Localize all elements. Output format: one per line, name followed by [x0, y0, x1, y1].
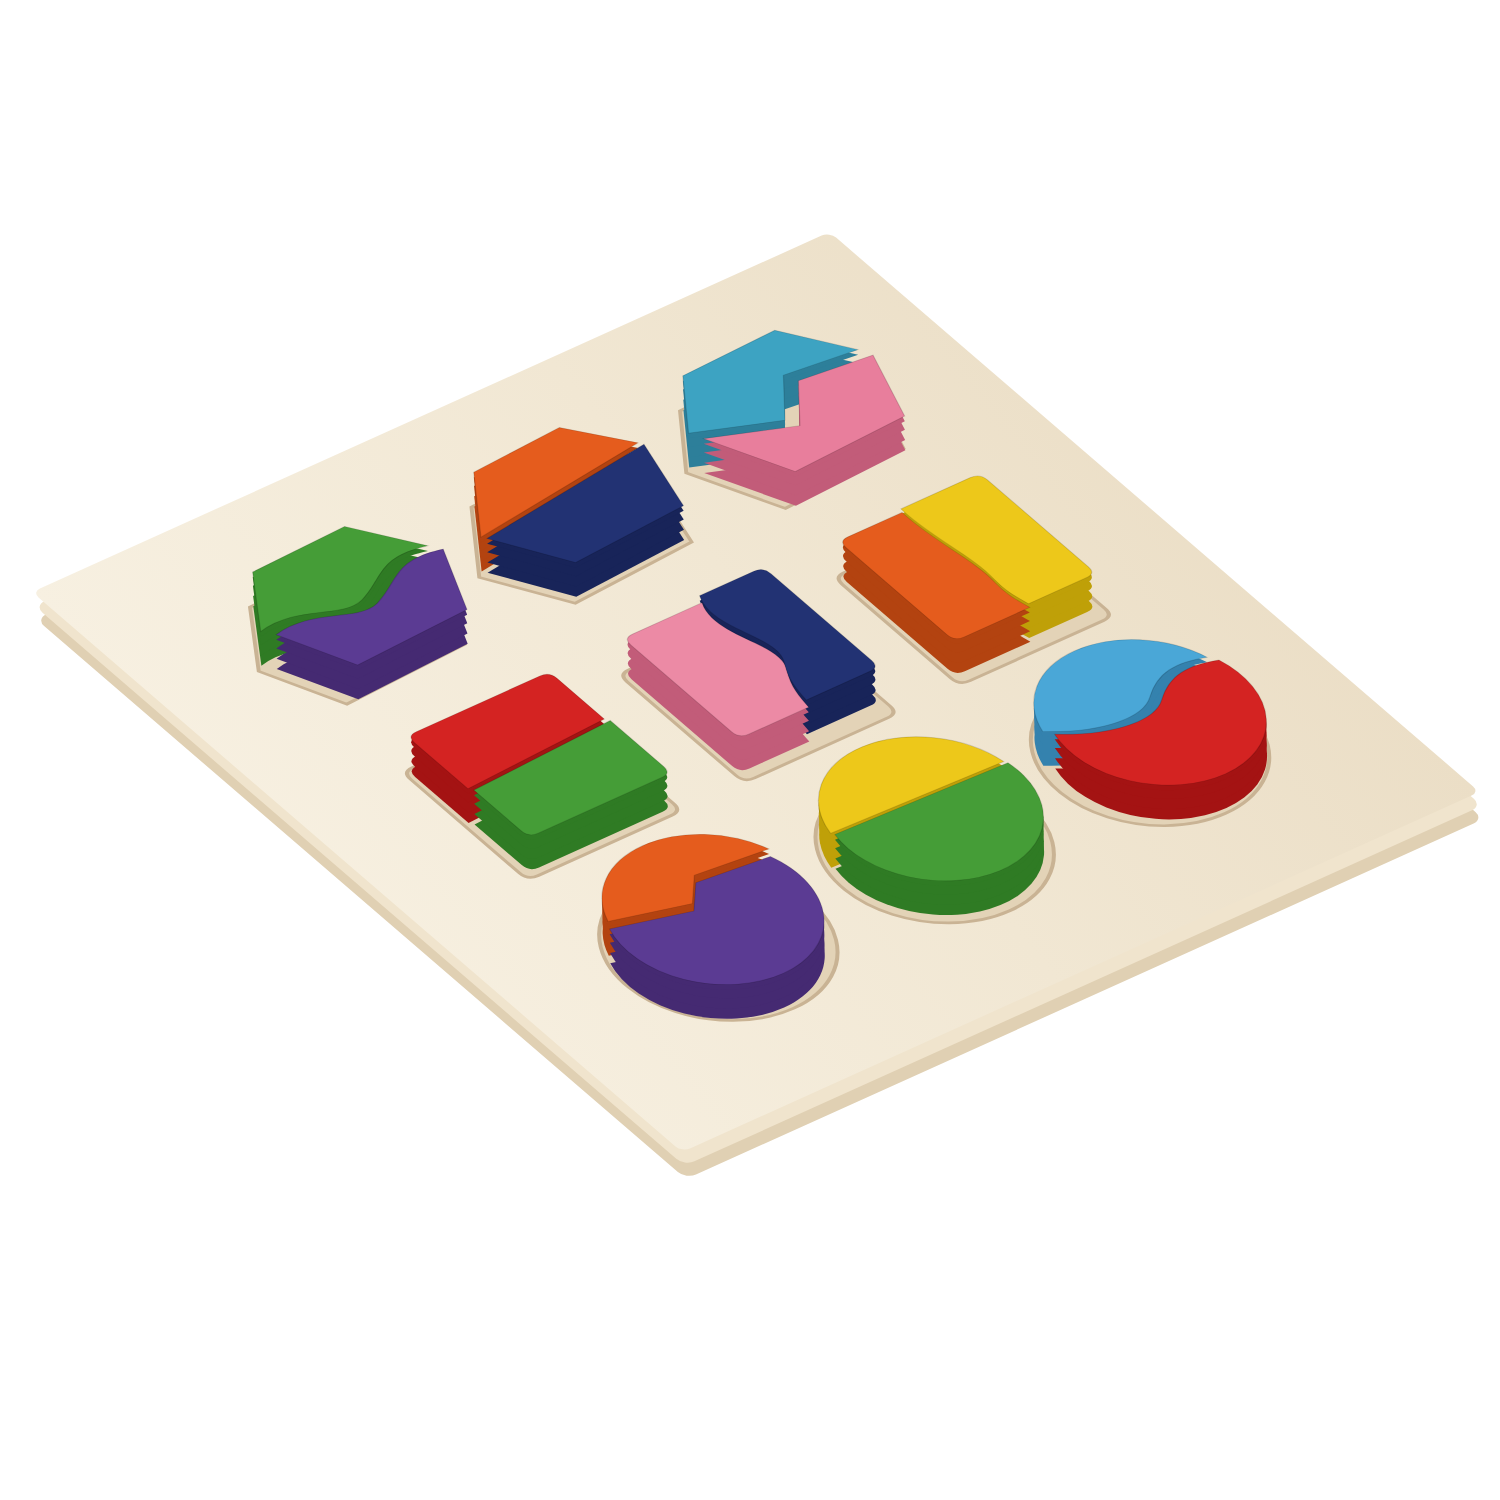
board-top-surface [32, 232, 1480, 1152]
board-grid [32, 232, 1480, 1152]
photo-scene [0, 0, 1500, 1500]
puzzle-board [32, 232, 1480, 1152]
